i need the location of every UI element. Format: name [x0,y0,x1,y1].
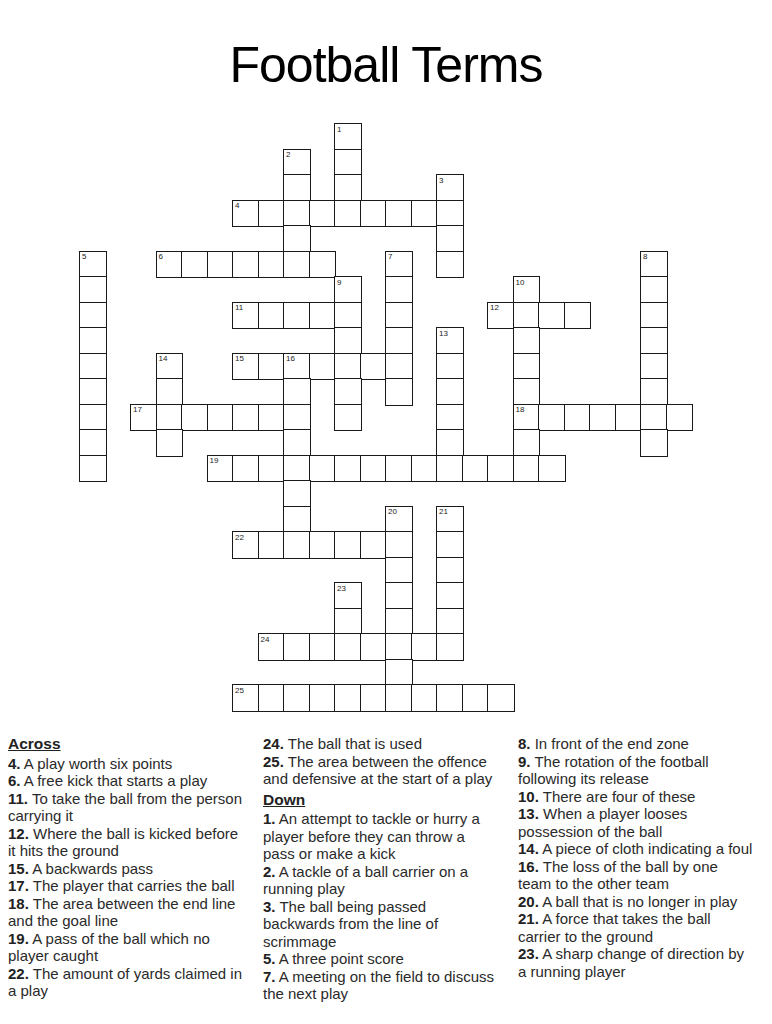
grid-cell-r13-c6[interactable] [233,456,259,482]
grid-cell-r3-c14[interactable] [437,201,463,227]
grid-cell-r3-c7[interactable] [259,201,285,227]
grid-cell-r20-c10[interactable] [335,634,361,660]
grid-cell-r20-c13[interactable] [412,634,438,660]
grid-cell-r17-c12[interactable] [386,558,412,584]
crossword-grid: 1234567891011121314151617181920212223242… [80,124,692,711]
grid-cell-r22-c15[interactable] [463,685,489,711]
grid-cell-r11-c4[interactable] [182,405,208,431]
grid-cell-r13-c17[interactable] [514,456,540,482]
cell-number: 3 [439,176,443,185]
cell-number: 21 [439,507,448,516]
cell-number: 10 [516,278,525,287]
grid-cell-r8-c17[interactable] [514,328,540,354]
grid-cell-r14-c8[interactable] [284,481,310,507]
grid-cell-r13-c9[interactable] [310,456,336,482]
grid-cell-r16-c8[interactable] [284,532,310,558]
grid-cell-r10-c17[interactable] [514,379,540,405]
grid-cell-r12-c22[interactable] [641,430,667,456]
grid-cell-r18-c14[interactable] [437,583,463,609]
across-header: Across [8,735,243,753]
cell-number: 23 [337,584,346,593]
grid-cell-r16-c12[interactable] [386,532,412,558]
clues-panel: Across4. A play worth six points6. A fre… [8,735,753,1003]
grid-cell-r10-c10[interactable] [335,379,361,405]
grid-cell-r8-c22[interactable] [641,328,667,354]
grid-cell-r9-c3[interactable]: 14 [157,354,183,380]
clue-number: 2. [263,863,276,880]
clue-23: 23. A sharp change of direction by a run… [518,945,753,980]
grid-cell-r18-c12[interactable] [386,583,412,609]
clue-5: 5. A three point score [263,950,498,968]
grid-cell-r5-c14[interactable] [437,252,463,278]
grid-cell-r5-c9[interactable] [310,252,336,278]
cell-number: 16 [286,354,295,363]
grid-cell-r19-c12[interactable] [386,609,412,635]
grid-cell-r11-c18[interactable] [539,405,565,431]
clue-number: 3. [263,898,276,915]
grid-cell-r3-c10[interactable] [335,201,361,227]
cell-number: 6 [159,252,163,261]
grid-cell-r7-c19[interactable] [565,303,591,329]
clue-number: 17. [8,877,29,894]
grid-cell-r16-c14[interactable] [437,532,463,558]
grid-cell-r7-c8[interactable] [284,303,310,329]
cell-number: 15 [235,354,244,363]
grid-cell-r22-c6[interactable]: 25 [233,685,259,711]
grid-cell-r8-c14[interactable]: 13 [437,328,463,354]
grid-cell-r11-c10[interactable] [335,405,361,431]
grid-cell-r5-c12[interactable]: 7 [386,252,412,278]
clue-number: 5. [263,950,276,967]
cell-number: 8 [643,252,647,261]
grid-cell-r12-c0[interactable] [80,430,106,456]
grid-cell-r22-c16[interactable] [488,685,514,711]
grid-cell-r13-c16[interactable] [488,456,514,482]
clue-number: 9. [518,753,531,770]
grid-cell-r17-c14[interactable] [437,558,463,584]
grid-cell-r20-c9[interactable] [310,634,336,660]
grid-cell-r7-c10[interactable] [335,303,361,329]
grid-cell-r3-c12[interactable] [386,201,412,227]
grid-cell-r3-c11[interactable] [361,201,387,227]
cell-number: 19 [210,456,219,465]
cell-number: 4 [235,201,239,210]
grid-cell-r7-c22[interactable] [641,303,667,329]
clue-section: 8. In front of the end zone9. The rotati… [518,735,753,980]
grid-cell-r11-c22[interactable] [641,405,667,431]
grid-cell-r13-c7[interactable] [259,456,285,482]
clue-number: 11. [8,790,28,807]
clue-15: 15. A backwards pass [8,860,243,878]
grid-cell-r11-c5[interactable] [208,405,234,431]
grid-cell-r11-c2[interactable]: 17 [131,405,157,431]
cell-number: 5 [82,252,86,261]
grid-cell-r13-c0[interactable] [80,456,106,482]
grid-cell-r22-c11[interactable] [361,685,387,711]
grid-cell-r22-c10[interactable] [335,685,361,711]
grid-cell-r13-c15[interactable] [463,456,489,482]
grid-cell-r15-c14[interactable]: 21 [437,507,463,533]
grid-cell-r13-c13[interactable] [412,456,438,482]
grid-cell-r8-c12[interactable] [386,328,412,354]
grid-cell-r9-c8[interactable]: 16 [284,354,310,380]
grid-cell-r0-c10[interactable]: 1 [335,124,361,150]
grid-cell-r20-c14[interactable] [437,634,463,660]
grid-cell-r11-c21[interactable] [616,405,642,431]
grid-cell-r8-c10[interactable] [335,328,361,354]
cell-number: 14 [159,354,168,363]
cell-number: 24 [261,635,270,644]
grid-cell-r5-c6[interactable] [233,252,259,278]
grid-cell-r13-c10[interactable] [335,456,361,482]
grid-cell-r5-c0[interactable]: 5 [80,252,106,278]
grid-cell-r9-c10[interactable] [335,354,361,380]
grid-cell-r11-c3[interactable] [157,405,183,431]
grid-cell-r5-c4[interactable] [182,252,208,278]
grid-cell-r12-c8[interactable] [284,430,310,456]
grid-cell-r9-c0[interactable] [80,354,106,380]
clue-number: 8. [518,735,531,752]
grid-cell-r12-c14[interactable] [437,430,463,456]
cell-number: 25 [235,686,244,695]
cell-number: 7 [388,252,392,261]
grid-cell-r15-c8[interactable] [284,507,310,533]
grid-cell-r5-c7[interactable] [259,252,285,278]
grid-cell-r6-c17[interactable]: 10 [514,277,540,303]
clue-10: 10. There are four of these [518,788,753,806]
clue-number: 23. [518,945,539,962]
clue-21: 21. A force that takes the ball carrier … [518,910,753,945]
clue-8: 8. In front of the end zone [518,735,753,753]
clue-1: 1. An attempt to tackle or hurry a playe… [263,810,498,863]
grid-cell-r9-c11[interactable] [361,354,387,380]
grid-cell-r5-c3[interactable]: 6 [157,252,183,278]
clue-12: 12. Where the ball is kicked before it h… [8,825,243,860]
cell-number: 13 [439,329,448,338]
grid-cell-r6-c12[interactable] [386,277,412,303]
clue-18: 18. The area between the end line and th… [8,895,243,930]
grid-cell-r16-c9[interactable] [310,532,336,558]
grid-cell-r11-c8[interactable] [284,405,310,431]
grid-cell-r3-c6[interactable]: 4 [233,201,259,227]
cell-number: 9 [337,278,341,287]
grid-cell-r7-c6[interactable]: 11 [233,303,259,329]
clue-2: 2. A tackle of a ball carrier on a runni… [263,863,498,898]
clue-17: 17. The player that carries the ball [8,877,243,895]
clue-9: 9. The rotation of the football followin… [518,753,753,788]
grid-cell-r15-c12[interactable]: 20 [386,507,412,533]
grid-cell-r13-c12[interactable] [386,456,412,482]
grid-cell-r13-c11[interactable] [361,456,387,482]
grid-cell-r9-c17[interactable] [514,354,540,380]
clue-section: Across4. A play worth six points6. A fre… [8,735,243,1000]
grid-cell-r5-c8[interactable] [284,252,310,278]
clue-3: 3. The ball being passed backwards from … [263,898,498,951]
grid-cell-r9-c7[interactable] [259,354,285,380]
grid-cell-r5-c5[interactable] [208,252,234,278]
clue-section: 24. The ball that is used25. The area be… [263,735,498,788]
grid-cell-r3-c9[interactable] [310,201,336,227]
grid-cell-r2-c10[interactable] [335,175,361,201]
clues-column-2: 24. The ball that is used25. The area be… [263,735,498,1003]
grid-cell-r1-c10[interactable] [335,150,361,176]
grid-cell-r7-c17[interactable] [514,303,540,329]
clue-19: 19. A pass of the ball which no player c… [8,930,243,965]
clue-number: 4. [8,755,21,772]
grid-cell-r13-c5[interactable]: 19 [208,456,234,482]
cell-number: 18 [516,405,525,414]
grid-cell-r3-c13[interactable] [412,201,438,227]
puzzle-title: Football Terms [0,36,772,94]
clues-column-3: 8. In front of the end zone9. The rotati… [518,735,753,1003]
grid-cell-r9-c9[interactable] [310,354,336,380]
clue-24: 24. The ball that is used [263,735,498,753]
grid-cell-r22-c8[interactable] [284,685,310,711]
grid-cell-r3-c8[interactable] [284,201,310,227]
grid-cell-r20-c8[interactable] [284,634,310,660]
grid-cell-r8-c0[interactable] [80,328,106,354]
grid-cell-r18-c10[interactable]: 23 [335,583,361,609]
grid-cell-r1-c8[interactable]: 2 [284,150,310,176]
clue-7: 7. A meeting on the field to discuss the… [263,968,498,1003]
grid-cell-r21-c12[interactable] [386,660,412,686]
cell-number: 11 [235,303,243,312]
cell-number: 17 [133,405,142,414]
grid-cell-r10-c3[interactable] [157,379,183,405]
clue-number: 24. [263,735,284,752]
grid-cell-r22-c7[interactable] [259,685,285,711]
grid-cell-r16-c10[interactable] [335,532,361,558]
clue-number: 14. [518,840,539,857]
grid-cell-r2-c14[interactable]: 3 [437,175,463,201]
clue-16: 16. The loss of the ball by one team to … [518,858,753,893]
grid-cell-r7-c16[interactable]: 12 [488,303,514,329]
grid-cell-r9-c12[interactable] [386,354,412,380]
grid-cell-r11-c20[interactable] [590,405,616,431]
clue-number: 25. [263,753,284,770]
cell-number: 1 [337,125,341,134]
grid-cell-r4-c8[interactable] [284,226,310,252]
down-header: Down [263,791,498,809]
grid-cell-r11-c0[interactable] [80,405,106,431]
grid-cell-r19-c10[interactable] [335,609,361,635]
grid-cell-r22-c14[interactable] [437,685,463,711]
clue-number: 15. [8,860,29,877]
grid-cell-r7-c18[interactable] [539,303,565,329]
clue-25: 25. The area between the offence and def… [263,753,498,788]
grid-cell-r10-c12[interactable] [386,379,412,405]
grid-cell-r10-c8[interactable] [284,379,310,405]
grid-cell-r5-c22[interactable]: 8 [641,252,667,278]
grid-cell-r13-c14[interactable] [437,456,463,482]
grid-cell-r7-c0[interactable] [80,303,106,329]
grid-cell-r9-c22[interactable] [641,354,667,380]
grid-cell-r12-c17[interactable] [514,430,540,456]
grid-cell-r11-c6[interactable] [233,405,259,431]
clue-number: 22. [8,965,29,982]
grid-cell-r7-c12[interactable] [386,303,412,329]
clue-number: 7. [263,968,276,985]
grid-cell-r11-c14[interactable] [437,405,463,431]
clue-13: 13. When a player looses possession of t… [518,805,753,840]
clue-number: 6. [8,772,21,789]
clue-section: Down1. An attempt to tackle or hurry a p… [263,791,498,1003]
grid-cell-r20-c12[interactable] [386,634,412,660]
grid-cell-r16-c6[interactable]: 22 [233,532,259,558]
clue-number: 12. [8,825,29,842]
cell-number: 22 [235,533,244,542]
grid-cell-r7-c9[interactable] [310,303,336,329]
clue-4: 4. A play worth six points [8,755,243,773]
grid-cell-r9-c14[interactable] [437,354,463,380]
grid-cell-r12-c3[interactable] [157,430,183,456]
grid-cell-r11-c17[interactable]: 18 [514,405,540,431]
grid-cell-r10-c22[interactable] [641,379,667,405]
grid-cell-r13-c18[interactable] [539,456,565,482]
clue-6: 6. A free kick that starts a play [8,772,243,790]
clue-number: 13. [518,805,539,822]
clue-number: 10. [518,788,539,805]
crossword-worksheet-page: Football Terms 1234567891011121314151617… [0,0,772,1024]
clue-number: 21. [518,910,539,927]
cell-number: 2 [286,150,290,159]
clue-number: 1. [263,810,276,827]
grid-cell-r6-c0[interactable] [80,277,106,303]
clue-11: 11. To take the ball from the person car… [8,790,243,825]
grid-cell-r10-c0[interactable] [80,379,106,405]
clue-22: 22. The amount of yards claimed in a pla… [8,965,243,1000]
grid-cell-r13-c8[interactable] [284,456,310,482]
grid-cell-r11-c23[interactable] [667,405,693,431]
clue-number: 19. [8,930,29,947]
grid-cell-r22-c13[interactable] [412,685,438,711]
grid-cell-r4-c14[interactable] [437,226,463,252]
grid-cell-r6-c22[interactable] [641,277,667,303]
grid-cell-r16-c11[interactable] [361,532,387,558]
cell-number: 20 [388,507,397,516]
grid-cell-r2-c8[interactable] [284,175,310,201]
clue-number: 18. [8,895,29,912]
grid-cell-r20-c11[interactable] [361,634,387,660]
clue-14: 14. A piece of cloth indicating a foul [518,840,753,858]
grid-cell-r22-c9[interactable] [310,685,336,711]
cell-number: 12 [490,303,499,312]
grid-cell-r11-c19[interactable] [565,405,591,431]
clue-number: 16. [518,858,539,875]
grid-cell-r6-c10[interactable]: 9 [335,277,361,303]
grid-cell-r7-c7[interactable] [259,303,285,329]
grid-cell-r19-c14[interactable] [437,609,463,635]
grid-cell-r22-c12[interactable] [386,685,412,711]
clues-column-1: Across4. A play worth six points6. A fre… [8,735,243,1003]
clue-20: 20. A ball that is no longer in play [518,893,753,911]
grid-cell-r9-c6[interactable]: 15 [233,354,259,380]
grid-cell-r10-c14[interactable] [437,379,463,405]
grid-cell-r16-c7[interactable] [259,532,285,558]
grid-cell-r11-c7[interactable] [259,405,285,431]
clue-number: 20. [518,893,539,910]
grid-cell-r20-c7[interactable]: 24 [259,634,285,660]
